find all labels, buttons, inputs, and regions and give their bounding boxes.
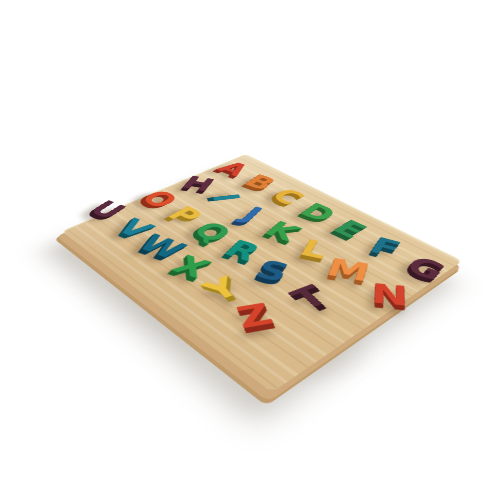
product-photo: ABCDEFGHIJKLMNOPQRSTUVWXYZ xyxy=(0,0,500,500)
letter-piece-z[interactable]: Z xyxy=(221,294,288,337)
letter-piece-n[interactable]: N xyxy=(362,277,417,314)
